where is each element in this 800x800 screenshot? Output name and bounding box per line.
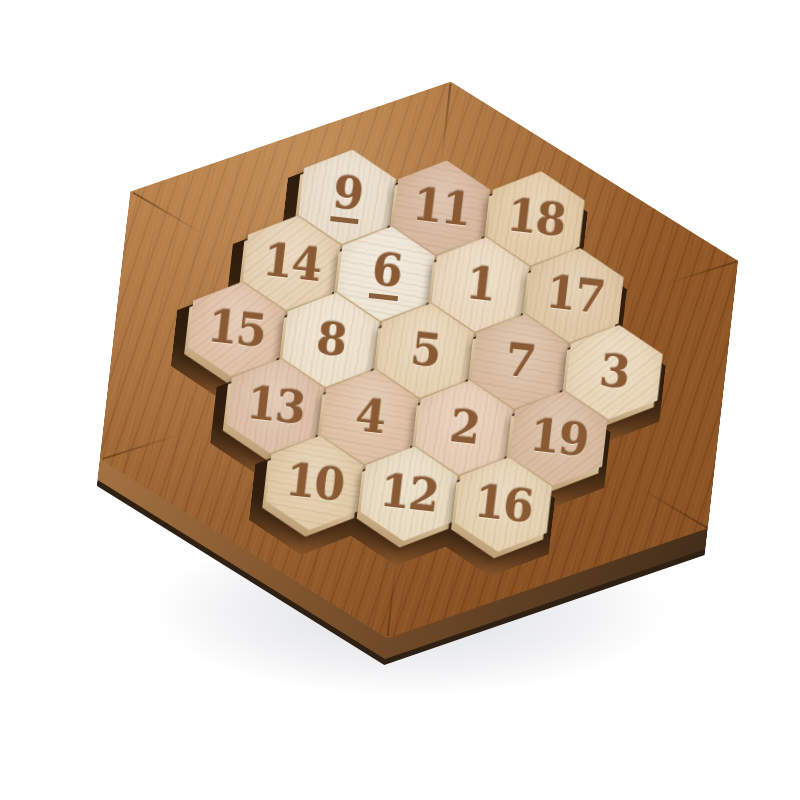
tile-number: 17: [544, 270, 606, 320]
tile-10[interactable]: 10: [263, 430, 366, 535]
tile-number: 2: [447, 404, 480, 451]
tile-number: 1: [464, 261, 497, 308]
tile-number: 5: [408, 327, 441, 374]
product-photo: 9 11 18 14 6 1 17 15 8 5 7: [0, 0, 800, 800]
tile-12[interactable]: 12: [357, 441, 460, 546]
tile-face: 12: [357, 441, 460, 546]
tile-number: 11: [410, 182, 472, 232]
tile-number: 7: [503, 338, 536, 385]
tile-number: 10: [283, 458, 345, 508]
tile-number: 18: [505, 193, 567, 243]
tile-16[interactable]: 16: [452, 452, 555, 557]
puzzle-board: 9 11 18 14 6 1 17 15 8 5 7: [83, 47, 754, 673]
tile-face: 16: [452, 452, 555, 557]
tile-number: 14: [261, 238, 323, 288]
tile-number: 4: [353, 393, 386, 440]
tile-face: 10: [263, 430, 366, 535]
tile-number: 13: [244, 381, 306, 431]
tile-number: 19: [528, 413, 590, 463]
tile-number: 6: [369, 247, 403, 301]
tile-number: 9: [330, 170, 364, 224]
tile-number: 8: [314, 316, 347, 363]
tile-number: 3: [597, 349, 630, 396]
tile-number: 16: [472, 479, 534, 529]
tile-number: 15: [205, 304, 267, 354]
tile-number: 12: [378, 469, 440, 519]
